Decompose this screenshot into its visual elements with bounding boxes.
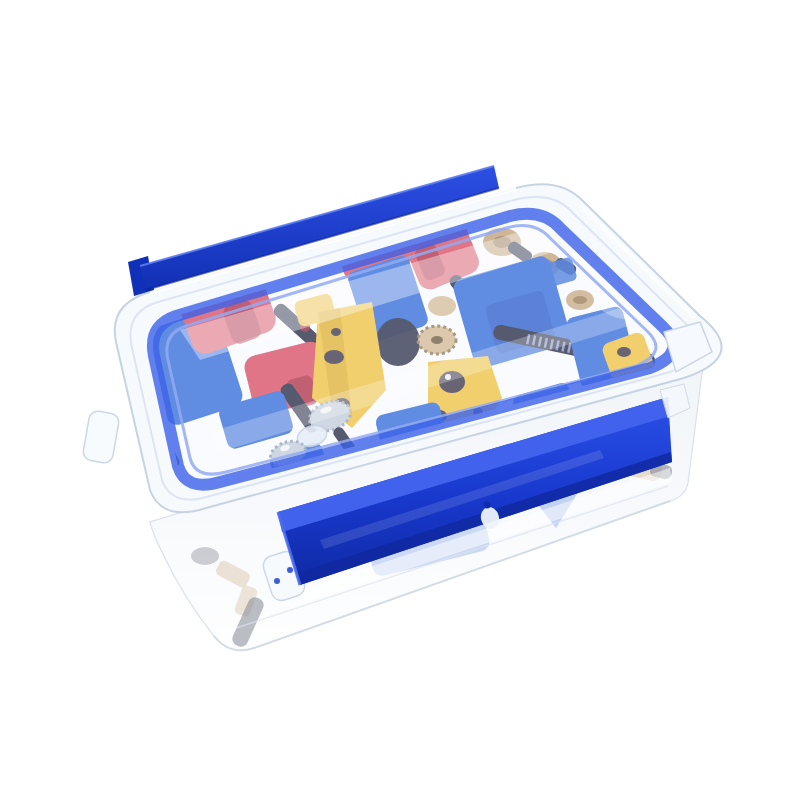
storage-box-illustration: [0, 0, 800, 800]
hinge-pin-dot: [287, 567, 293, 573]
product-photo-page: [0, 0, 800, 800]
product-photo: [0, 0, 800, 800]
hinge-pin-dot: [274, 578, 280, 584]
front-latch-pin: [484, 502, 491, 509]
